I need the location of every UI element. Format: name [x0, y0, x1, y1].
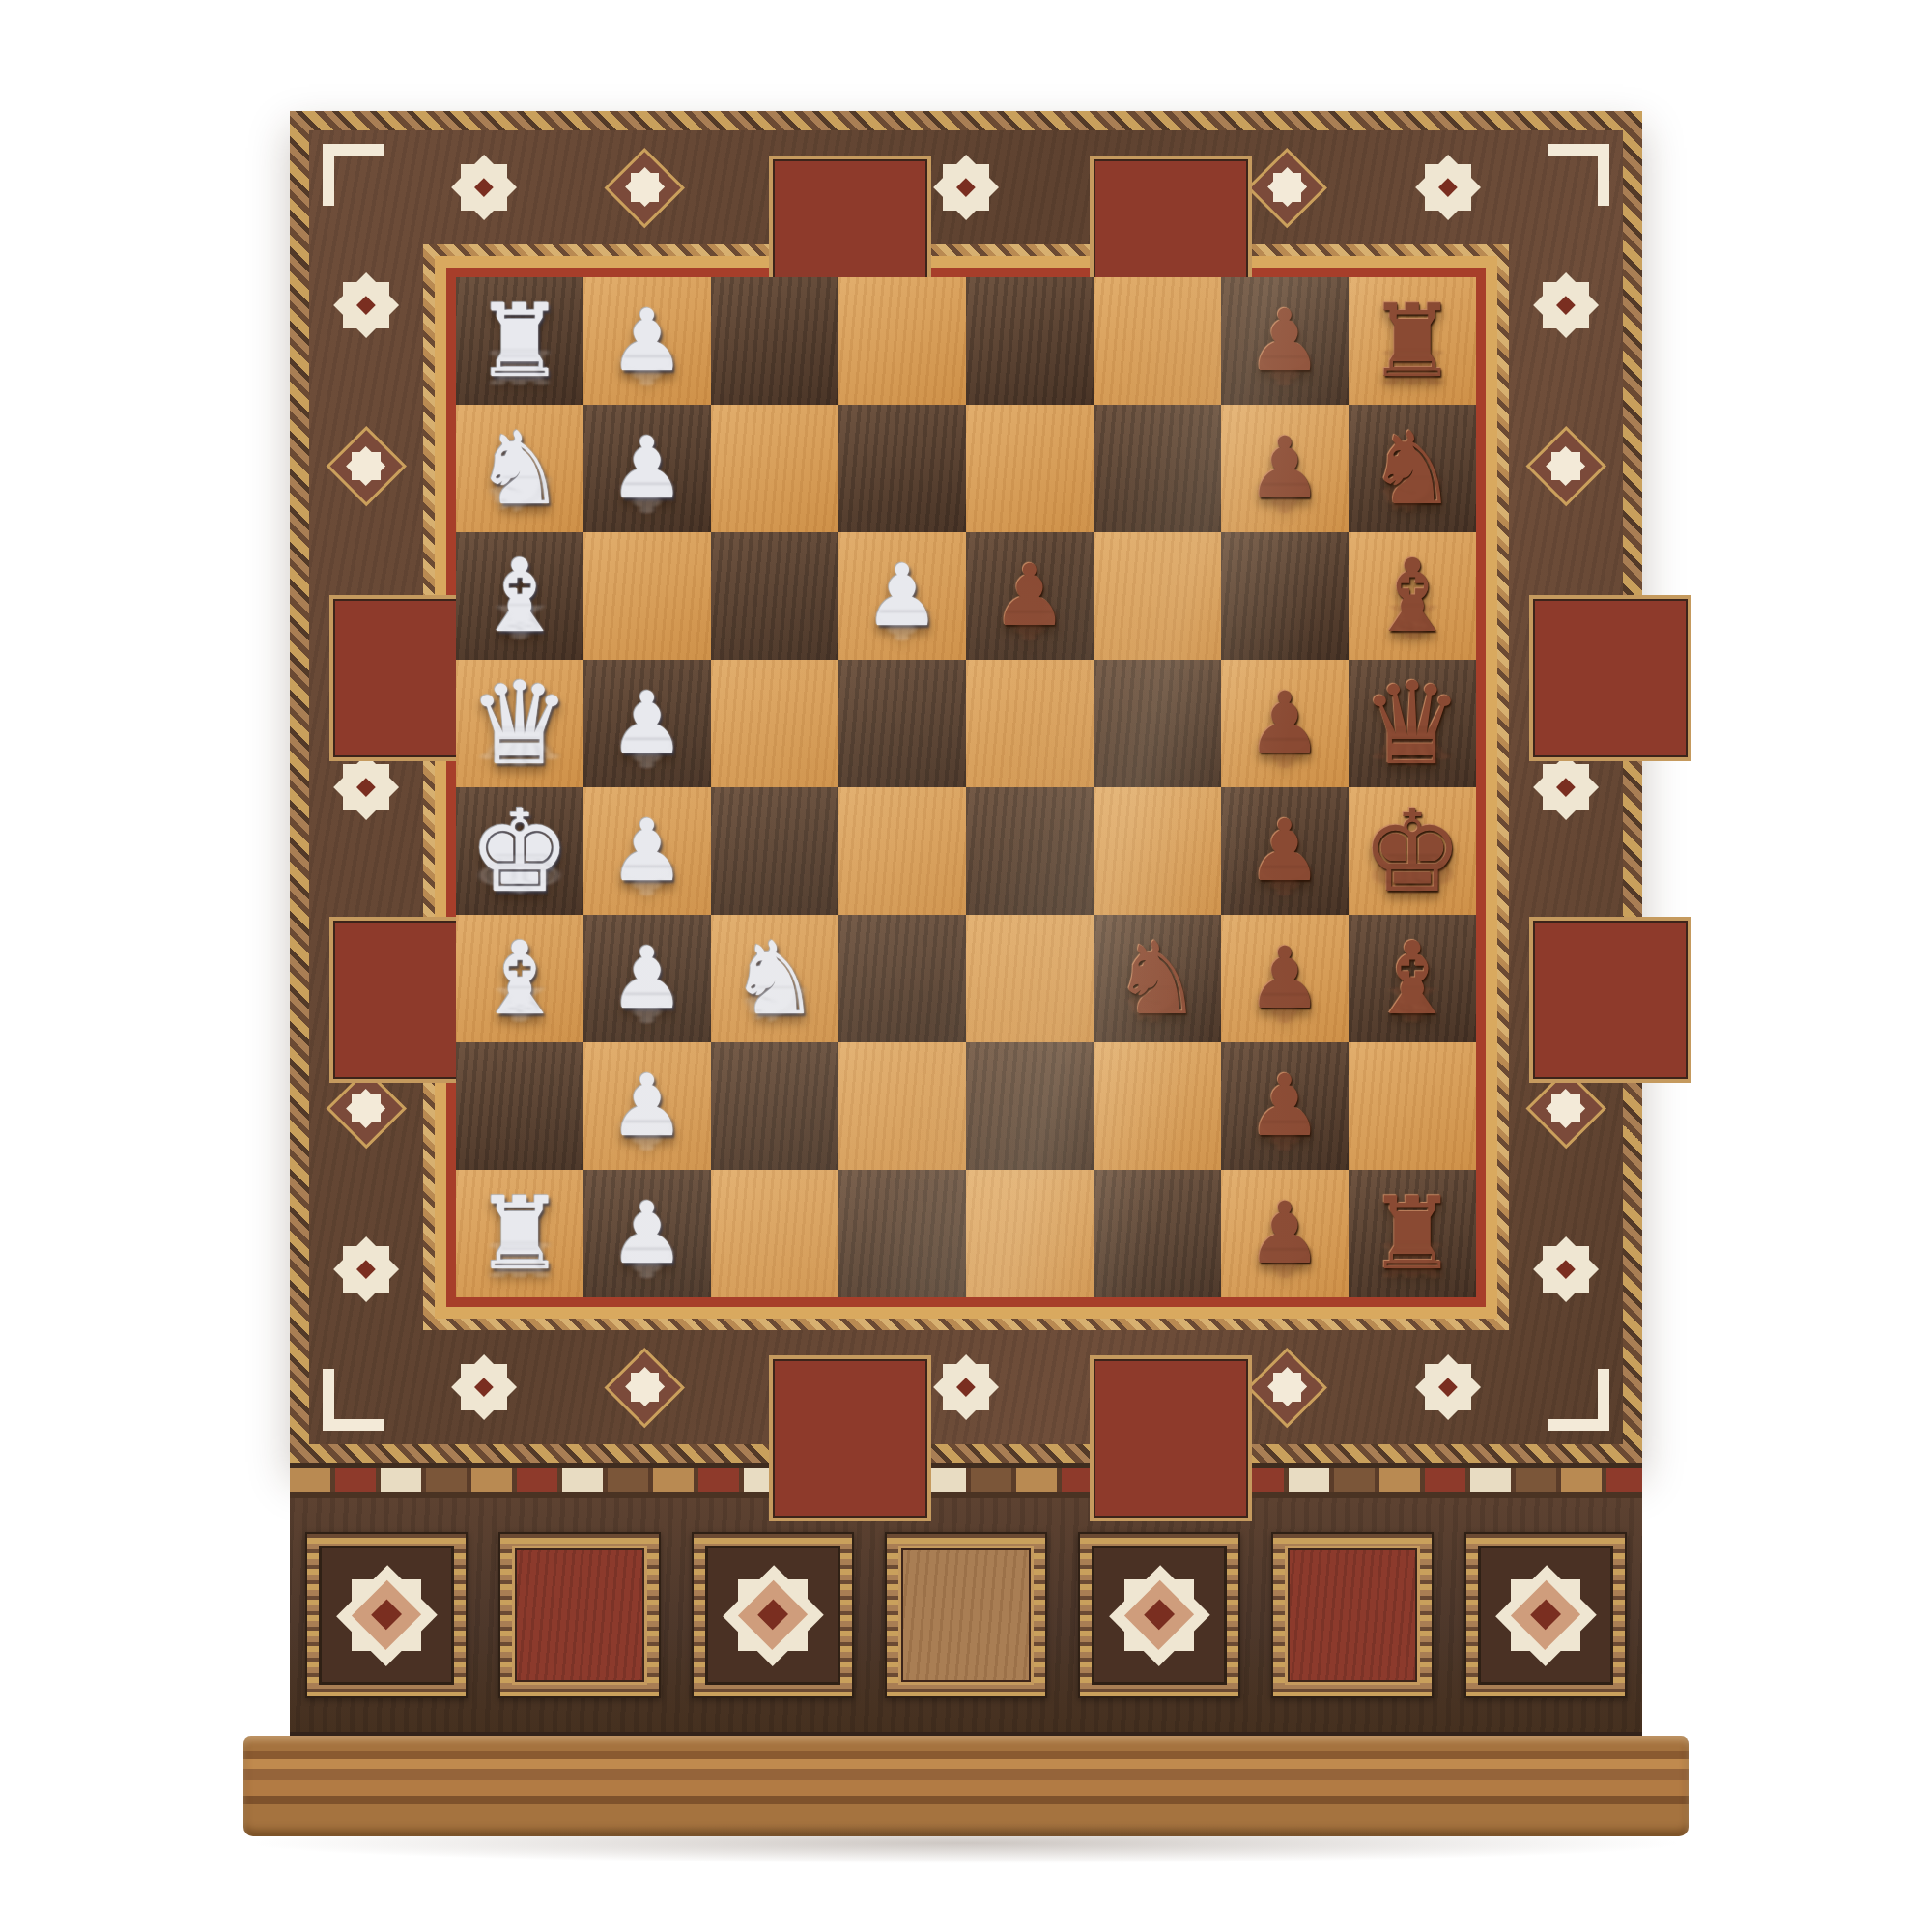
square-d2[interactable]: ♟: [583, 660, 711, 787]
white-bishop-c1[interactable]: ♝: [456, 532, 583, 660]
red-wood-rectangle-inlay: [325, 906, 408, 989]
square-d6[interactable]: [1094, 660, 1221, 787]
white-knight-b1[interactable]: ♞: [456, 405, 583, 532]
corner-inlay-icon: [1542, 1363, 1609, 1431]
square-c5[interactable]: ♟: [966, 532, 1094, 660]
white-pawn-h2[interactable]: ♟: [583, 1170, 711, 1297]
white-pawn-a2[interactable]: ♟: [583, 277, 711, 405]
square-h1[interactable]: ♜: [456, 1170, 583, 1297]
square-c7[interactable]: [1221, 532, 1349, 660]
square-d5[interactable]: [966, 660, 1094, 787]
square-g8[interactable]: [1349, 1042, 1476, 1170]
eight-point-star-inlay: [1524, 1228, 1607, 1311]
black-pawn-b7[interactable]: ♟: [1221, 405, 1349, 532]
eight-point-star-inlay: [924, 146, 1008, 229]
square-a4[interactable]: [838, 277, 966, 405]
eight-point-star-inlay: [1406, 1346, 1490, 1429]
square-c2[interactable]: [583, 532, 711, 660]
chess-board: ♜♟♟♜♞♟♟♞♝♟♟♝♛♟♟♛♚♟♟♚♝♟♞♞♟♝♟♟♜♟♟♜: [456, 277, 1476, 1297]
product-photo-scene: ♜♟♟♜♞♟♟♞♝♟♟♝♛♟♟♛♚♟♟♚♝♟♞♞♟♝♟♟♜♟♟♜: [0, 0, 1932, 1932]
square-d4[interactable]: [838, 660, 966, 787]
white-pawn-c4[interactable]: ♟: [838, 532, 966, 660]
corner-inlay-icon: [323, 144, 390, 212]
eight-point-star-inlay: [1406, 146, 1490, 229]
black-pawn-d7[interactable]: ♟: [1221, 660, 1349, 787]
square-d1[interactable]: ♛: [456, 660, 583, 787]
square-h7[interactable]: ♟: [1221, 1170, 1349, 1297]
square-h6[interactable]: [1094, 1170, 1221, 1297]
red-wood-rectangle-inlay: [1085, 146, 1168, 229]
white-pawn-g2[interactable]: ♟: [583, 1042, 711, 1170]
black-pawn-f7[interactable]: ♟: [1221, 915, 1349, 1042]
square-h5[interactable]: [966, 1170, 1094, 1297]
black-bishop-c8[interactable]: ♝: [1349, 532, 1476, 660]
square-a7[interactable]: ♟: [1221, 277, 1349, 405]
eight-point-star-inlay: [1524, 264, 1607, 347]
drop-shadow: [222, 1822, 1710, 1864]
square-c1[interactable]: ♝: [456, 532, 583, 660]
border-motif-strip-top: [404, 132, 1528, 242]
black-pawn-c5[interactable]: ♟: [966, 532, 1094, 660]
square-e7[interactable]: ♟: [1221, 787, 1349, 915]
white-knight-f3[interactable]: ♞: [711, 915, 838, 1042]
square-a8[interactable]: ♜: [1349, 277, 1476, 405]
square-b5[interactable]: [966, 405, 1094, 532]
red-wood-rectangle-inlay: [1524, 585, 1607, 668]
square-c4[interactable]: ♟: [838, 532, 966, 660]
front-panel-star: [1078, 1532, 1240, 1698]
square-d8[interactable]: ♛: [1349, 660, 1476, 787]
black-bishop-f8[interactable]: ♝: [1349, 915, 1476, 1042]
chess-box-top-face: ♜♟♟♜♞♟♟♞♝♟♟♝♛♟♟♛♚♟♟♚♝♟♞♞♟♝♟♟♜♟♟♜: [290, 111, 1642, 1463]
square-g1[interactable]: [456, 1042, 583, 1170]
square-g5[interactable]: [966, 1042, 1094, 1170]
eight-point-star-inlay: [325, 1228, 408, 1311]
square-e8[interactable]: ♚: [1349, 787, 1476, 915]
red-wood-rectangle-inlay: [764, 146, 847, 229]
square-f6[interactable]: ♞: [1094, 915, 1221, 1042]
black-queen-d8[interactable]: ♛: [1349, 660, 1476, 787]
square-e6[interactable]: [1094, 787, 1221, 915]
eight-point-star-inlay: [442, 1346, 526, 1429]
front-panel-red: [498, 1532, 661, 1698]
black-rook-h8[interactable]: ♜: [1349, 1170, 1476, 1297]
white-rook-a1[interactable]: ♜: [456, 277, 583, 405]
white-pawn-b2[interactable]: ♟: [583, 405, 711, 532]
white-king-e1[interactable]: ♚: [456, 787, 583, 915]
square-e3[interactable]: [711, 787, 838, 915]
square-b3[interactable]: [711, 405, 838, 532]
square-b6[interactable]: [1094, 405, 1221, 532]
black-pawn-a7[interactable]: ♟: [1221, 277, 1349, 405]
square-f4[interactable]: [838, 915, 966, 1042]
square-f7[interactable]: ♟: [1221, 915, 1349, 1042]
border-motif-strip-bottom: [404, 1332, 1528, 1442]
front-panel-tan: [885, 1532, 1047, 1698]
square-g7[interactable]: ♟: [1221, 1042, 1349, 1170]
eight-point-star-inlay: [442, 146, 526, 229]
black-pawn-e7[interactable]: ♟: [1221, 787, 1349, 915]
front-panel-star: [1464, 1532, 1627, 1698]
square-a2[interactable]: ♟: [583, 277, 711, 405]
square-c3[interactable]: [711, 532, 838, 660]
square-d3[interactable]: [711, 660, 838, 787]
red-wood-rectangle-inlay: [1524, 906, 1607, 989]
black-pawn-h7[interactable]: ♟: [1221, 1170, 1349, 1297]
mother-of-pearl-diamond-inlay: [1246, 146, 1329, 229]
front-panel-star: [692, 1532, 854, 1698]
square-f8[interactable]: ♝: [1349, 915, 1476, 1042]
square-c8[interactable]: ♝: [1349, 532, 1476, 660]
mother-of-pearl-diamond-inlay: [1246, 1346, 1329, 1429]
square-f3[interactable]: ♞: [711, 915, 838, 1042]
red-wood-rectangle-inlay: [325, 585, 408, 668]
eight-point-star-inlay: [325, 264, 408, 347]
white-pawn-f2[interactable]: ♟: [583, 915, 711, 1042]
black-king-e8[interactable]: ♚: [1349, 787, 1476, 915]
white-rook-h1[interactable]: ♜: [456, 1170, 583, 1297]
black-knight-b8[interactable]: ♞: [1349, 405, 1476, 532]
box-front-drawer-face: [290, 1498, 1642, 1736]
white-queen-d1[interactable]: ♛: [456, 660, 583, 787]
white-bishop-f1[interactable]: ♝: [456, 915, 583, 1042]
square-b2[interactable]: ♟: [583, 405, 711, 532]
square-a3[interactable]: [711, 277, 838, 405]
black-rook-a8[interactable]: ♜: [1349, 277, 1476, 405]
white-pawn-e2[interactable]: ♟: [583, 787, 711, 915]
square-a6[interactable]: [1094, 277, 1221, 405]
black-knight-f6[interactable]: ♞: [1094, 915, 1221, 1042]
border-motif-strip-left: [311, 225, 421, 1350]
square-h4[interactable]: [838, 1170, 966, 1297]
square-c6[interactable]: [1094, 532, 1221, 660]
square-h2[interactable]: ♟: [583, 1170, 711, 1297]
box-edge-marquetry-band: [290, 1463, 1642, 1498]
square-a5[interactable]: [966, 277, 1094, 405]
mother-of-pearl-diamond-inlay: [603, 146, 686, 229]
square-g3[interactable]: [711, 1042, 838, 1170]
square-b4[interactable]: [838, 405, 966, 532]
white-pawn-d2[interactable]: ♟: [583, 660, 711, 787]
square-b7[interactable]: ♟: [1221, 405, 1349, 532]
corner-inlay-icon: [1542, 144, 1609, 212]
square-h8[interactable]: ♜: [1349, 1170, 1476, 1297]
square-d7[interactable]: ♟: [1221, 660, 1349, 787]
mother-of-pearl-diamond-inlay: [603, 1346, 686, 1429]
front-panel-star: [305, 1532, 468, 1698]
red-wood-rectangle-inlay: [764, 1346, 847, 1429]
corner-inlay-icon: [323, 1363, 390, 1431]
border-motif-strip-right: [1511, 225, 1621, 1350]
square-b8[interactable]: ♞: [1349, 405, 1476, 532]
square-g6[interactable]: [1094, 1042, 1221, 1170]
eight-point-star-inlay: [924, 1346, 1008, 1429]
front-panel-red: [1271, 1532, 1434, 1698]
square-a1[interactable]: ♜: [456, 277, 583, 405]
mother-of-pearl-diamond-inlay: [325, 424, 408, 507]
square-f1[interactable]: ♝: [456, 915, 583, 1042]
square-e2[interactable]: ♟: [583, 787, 711, 915]
red-wood-rectangle-inlay: [1085, 1346, 1168, 1429]
square-f2[interactable]: ♟: [583, 915, 711, 1042]
square-g2[interactable]: ♟: [583, 1042, 711, 1170]
mother-of-pearl-diamond-inlay: [1524, 424, 1607, 507]
square-b1[interactable]: ♞: [456, 405, 583, 532]
square-e1[interactable]: ♚: [456, 787, 583, 915]
square-f5[interactable]: [966, 915, 1094, 1042]
square-e5[interactable]: [966, 787, 1094, 915]
square-g4[interactable]: [838, 1042, 966, 1170]
black-pawn-g7[interactable]: ♟: [1221, 1042, 1349, 1170]
square-h3[interactable]: [711, 1170, 838, 1297]
square-e4[interactable]: [838, 787, 966, 915]
